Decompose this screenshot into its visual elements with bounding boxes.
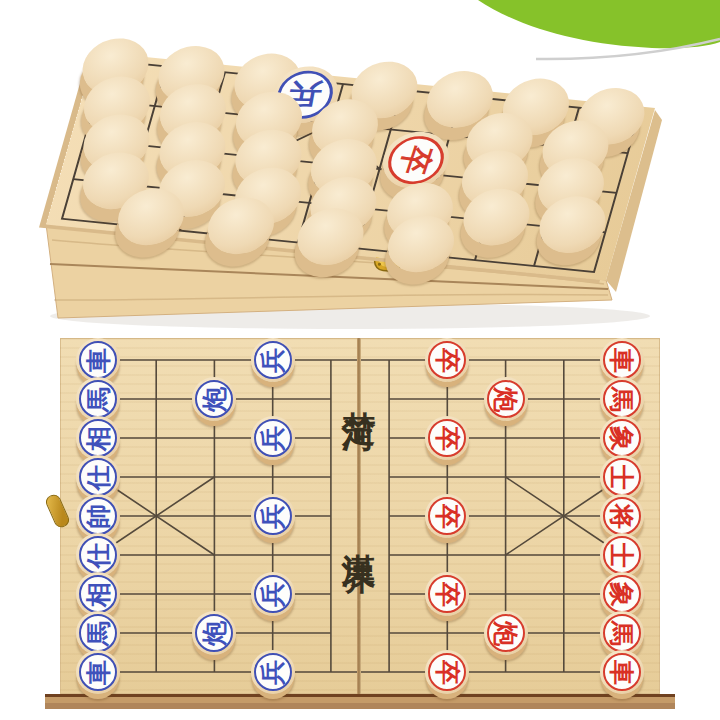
xiangqi-piece-red-車[interactable]: 車 [600, 650, 644, 694]
xiangqi-piece-red-車[interactable]: 車 [600, 338, 644, 382]
river-label-hanjie: 漢界 [341, 526, 381, 542]
xiangqi-piece-red-卒[interactable]: 卒 [425, 572, 469, 616]
xiangqi-piece-blue-車[interactable]: 車 [76, 650, 120, 694]
xiangqi-piece-blue-仕[interactable]: 仕 [76, 533, 120, 577]
xiangqi-piece-blue-相[interactable]: 相 [76, 416, 120, 460]
xiangqi-piece-red-炮[interactable]: 炮 [484, 377, 528, 421]
xiangqi-piece-blue-兵[interactable]: 兵 [251, 650, 295, 694]
xiangqi-piece-red-士[interactable]: 士 [600, 455, 644, 499]
board-front-edge [45, 694, 675, 709]
open-xiangqi-board: 楚河 漢界 車馬相仕帥仕相馬車炮炮兵兵兵兵兵卒卒卒卒卒炮炮車馬象士将士象馬車 [60, 338, 660, 694]
xiangqi-piece-red-象[interactable]: 象 [600, 416, 644, 460]
xiangqi-piece-red-炮[interactable]: 炮 [484, 611, 528, 655]
xiangqi-piece-red-卒[interactable]: 卒 [425, 338, 469, 382]
river-label-chuhe: 楚河 [341, 384, 381, 400]
xiangqi-piece-blue-兵[interactable]: 兵 [251, 494, 295, 538]
xiangqi-piece-red-象[interactable]: 象 [600, 572, 644, 616]
xiangqi-piece-blue-車[interactable]: 車 [76, 338, 120, 382]
closed-box: 兵卒 [0, 0, 720, 340]
xiangqi-piece-red-卒[interactable]: 卒 [425, 650, 469, 694]
xiangqi-piece-red-士[interactable]: 士 [600, 533, 644, 577]
xiangqi-piece-blue-兵[interactable]: 兵 [251, 416, 295, 460]
xiangqi-piece-red-将[interactable]: 将 [600, 494, 644, 538]
product-photo: 兵卒 楚河 漢界 車馬相仕帥仕相馬車炮炮兵兵兵兵兵卒卒卒卒卒炮炮車馬象士将士象馬… [0, 0, 720, 720]
xiangqi-piece-red-馬[interactable]: 馬 [600, 611, 644, 655]
xiangqi-piece-red-卒[interactable]: 卒 [425, 416, 469, 460]
xiangqi-piece-blue-馬[interactable]: 馬 [76, 611, 120, 655]
xiangqi-piece-red-卒[interactable]: 卒 [425, 494, 469, 538]
xiangqi-piece-blue-馬[interactable]: 馬 [76, 377, 120, 421]
xiangqi-piece-blue-仕[interactable]: 仕 [76, 455, 120, 499]
xiangqi-piece-blue-兵[interactable]: 兵 [251, 338, 295, 382]
xiangqi-piece-red-馬[interactable]: 馬 [600, 377, 644, 421]
xiangqi-piece-blue-帥[interactable]: 帥 [76, 494, 120, 538]
xiangqi-piece-blue-相[interactable]: 相 [76, 572, 120, 616]
xiangqi-piece-blue-兵[interactable]: 兵 [251, 572, 295, 616]
